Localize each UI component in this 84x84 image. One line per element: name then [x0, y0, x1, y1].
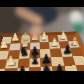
piece-shadow — [22, 45, 28, 48]
piece-shadow — [23, 38, 29, 41]
piece-shadow — [13, 39, 19, 42]
square — [62, 56, 76, 66]
square: ♟ — [5, 59, 18, 69]
piece-shadow — [1, 46, 8, 49]
board-grid: ♟♚♟♟♟♟♛♟♝♞♟♟♟♝♟♟♞♟♜♟♟♟♚ — [0, 34, 84, 71]
chess-game-photo: ♟♚♟♟♟♟♛♟♝♞♟♟♟♝♟♟♞♟♜♟♟♟♚ — [0, 7, 84, 71]
square — [72, 56, 84, 66]
letterbox-bar-top — [0, 0, 84, 7]
piece-shadow — [41, 38, 47, 41]
square — [30, 42, 40, 50]
piece-shadow — [32, 52, 39, 56]
piece-shadow — [43, 60, 50, 64]
piece-shadow — [31, 61, 38, 65]
piece-shadow — [63, 51, 70, 55]
square: ♛ — [20, 43, 31, 51]
piece-shadow — [8, 62, 16, 66]
piece-shadow — [21, 53, 28, 57]
board-frame: ♟♚♟♟♟♟♛♟♝♞♟♟♟♝♟♟♞♟♜♟♟♟♚ — [0, 31, 84, 71]
chess-board: ♟♚♟♟♟♟♛♟♝♞♟♟♟♝♟♟♞♟♜♟♟♟♚ — [0, 31, 84, 71]
square: ♞ — [18, 50, 29, 59]
piece-shadow — [51, 44, 57, 47]
piece-shadow — [59, 37, 65, 40]
letterbox-bar-bottom — [0, 71, 84, 84]
piece-shadow — [70, 43, 77, 46]
